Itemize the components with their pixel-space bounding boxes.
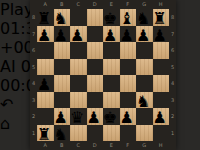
square-e2[interactable]: ♚	[103, 108, 120, 125]
square-b2[interactable]: ♟	[54, 108, 71, 125]
file-label-g-bottom: G	[136, 141, 153, 150]
rank-label-7-left: 7	[30, 26, 37, 43]
file-label-f-bottom: F	[120, 141, 137, 150]
square-a3[interactable]	[37, 92, 54, 109]
rank-label-3-left: 3	[30, 92, 37, 109]
square-f8[interactable]: ♝	[120, 9, 137, 26]
square-h1[interactable]	[153, 125, 170, 142]
square-c8[interactable]	[70, 9, 87, 26]
file-label-h-top: H	[153, 0, 170, 9]
file-label-d-bottom: D	[87, 141, 104, 150]
square-h4[interactable]	[153, 75, 170, 92]
square-a8[interactable]: ♜	[37, 9, 54, 26]
square-b7[interactable]: ♟	[54, 26, 71, 43]
square-a1[interactable]: ♜	[37, 125, 54, 142]
square-h3[interactable]	[153, 92, 170, 109]
square-f1[interactable]	[120, 125, 137, 142]
square-d7[interactable]	[87, 26, 104, 43]
square-c2[interactable]: ♛	[70, 108, 87, 125]
square-d5[interactable]	[87, 59, 104, 76]
square-e5[interactable]	[103, 59, 120, 76]
square-d8[interactable]	[87, 9, 104, 26]
square-f6[interactable]	[120, 42, 137, 59]
square-g8[interactable]: ♞	[136, 9, 153, 26]
square-e3[interactable]	[103, 92, 120, 109]
square-f7[interactable]: ♟	[120, 26, 137, 43]
file-label-d-top: D	[87, 0, 104, 9]
home-icon: ⌂	[0, 114, 10, 133]
square-g6[interactable]	[136, 42, 153, 59]
undo-arrow-icon: ↶	[0, 95, 13, 114]
rank-label-6-left: 6	[30, 42, 37, 59]
square-h2[interactable]: ♟	[153, 108, 170, 125]
square-d2[interactable]: ♟	[87, 108, 104, 125]
rank-label-2-right: 2	[169, 108, 176, 125]
square-c5[interactable]	[70, 59, 87, 76]
square-b3[interactable]	[54, 92, 71, 109]
square-g3[interactable]: ♞	[136, 92, 153, 109]
rank-label-5-left: 5	[30, 59, 37, 76]
rank-label-2-left: 2	[30, 108, 37, 125]
square-b5[interactable]	[54, 59, 71, 76]
square-f3[interactable]	[120, 92, 137, 109]
square-b8[interactable]: ♞	[54, 9, 71, 26]
square-d4[interactable]	[87, 75, 104, 92]
rank-label-4-right: 4	[169, 75, 176, 92]
file-label-e-top: E	[103, 0, 120, 9]
square-g1[interactable]	[136, 125, 153, 142]
rank-labels-left: 87654321	[30, 9, 37, 141]
rank-label-8-left: 8	[30, 9, 37, 26]
square-c4[interactable]	[70, 75, 87, 92]
file-label-b-top: B	[54, 0, 71, 9]
rank-label-5-right: 5	[169, 59, 176, 76]
square-a2[interactable]	[37, 108, 54, 125]
square-b6[interactable]	[54, 42, 71, 59]
square-e4[interactable]	[103, 75, 120, 92]
chess-app-screen: ABCDEFGH 87654321 87654321 ABCDEFGH ♜♞♚♝…	[0, 0, 200, 150]
rank-label-4-left: 4	[30, 75, 37, 92]
file-label-c-top: C	[70, 0, 87, 9]
square-e7[interactable]: ♟	[103, 26, 120, 43]
square-c7[interactable]: ♟	[70, 26, 87, 43]
rank-label-1-left: 1	[30, 125, 37, 142]
white-knight[interactable]: ♞	[54, 125, 68, 144]
square-d3[interactable]	[87, 92, 104, 109]
rank-label-8-right: 8	[169, 9, 176, 26]
square-e6[interactable]	[103, 42, 120, 59]
square-e1[interactable]	[103, 125, 120, 142]
square-f5[interactable]	[120, 59, 137, 76]
white-rook[interactable]: ♜	[37, 125, 51, 144]
square-f4[interactable]	[120, 75, 137, 92]
square-c6[interactable]	[70, 42, 87, 59]
square-a4[interactable]: ♟	[37, 75, 54, 92]
square-g5[interactable]	[136, 59, 153, 76]
file-labels-top: ABCDEFGH	[37, 0, 169, 9]
board-squares: ♜♞♚♝♞♜♟♟♟♟♟♟♟♟♞♟♛♟♚♟♟♜♞	[37, 9, 169, 141]
square-h8[interactable]: ♜	[153, 9, 170, 26]
square-h7[interactable]: ♟	[153, 26, 170, 43]
square-b1[interactable]: ♞	[54, 125, 71, 142]
file-label-g-top: G	[136, 0, 153, 9]
square-d1[interactable]	[87, 125, 104, 142]
rank-label-1-right: 1	[169, 125, 176, 142]
file-label-h-bottom: H	[153, 141, 170, 150]
square-f2[interactable]: ♟	[120, 108, 137, 125]
rank-label-3-right: 3	[169, 92, 176, 109]
square-h5[interactable]	[153, 59, 170, 76]
square-a7[interactable]: ♟	[37, 26, 54, 43]
square-d6[interactable]	[87, 42, 104, 59]
square-a5[interactable]	[37, 59, 54, 76]
square-c1[interactable]	[70, 125, 87, 142]
file-label-e-bottom: E	[103, 141, 120, 150]
chess-board: ABCDEFGH 87654321 87654321 ABCDEFGH ♜♞♚♝…	[30, 0, 176, 150]
square-g4[interactable]	[136, 75, 153, 92]
rank-label-7-right: 7	[169, 26, 176, 43]
square-a6[interactable]	[37, 42, 54, 59]
rank-label-6-right: 6	[169, 42, 176, 59]
square-g7[interactable]: ♟	[136, 26, 153, 43]
rank-labels-right: 87654321	[169, 9, 176, 141]
square-c3[interactable]	[70, 92, 87, 109]
square-g2[interactable]	[136, 108, 153, 125]
square-b4[interactable]	[54, 75, 71, 92]
file-label-c-bottom: C	[70, 141, 87, 150]
file-label-f-top: F	[120, 0, 137, 9]
square-e8[interactable]: ♚	[103, 9, 120, 26]
square-h6[interactable]	[153, 42, 170, 59]
file-label-a-top: A	[37, 0, 54, 9]
